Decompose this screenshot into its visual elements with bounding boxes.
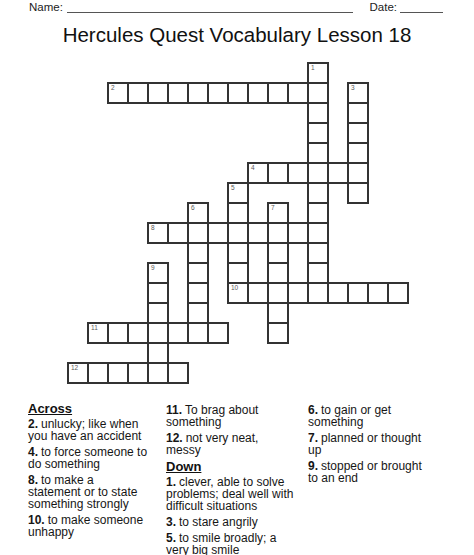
clue-8: 8.to make a statement or to state someth…	[28, 474, 164, 511]
clue-6: 6.to gain or get something	[308, 404, 463, 428]
clue-text: planned or thought up	[308, 431, 421, 457]
crossword-cell[interactable]	[227, 262, 249, 284]
crossword-cell[interactable]	[387, 282, 409, 304]
crossword-cell[interactable]	[267, 262, 289, 284]
crossword-cell[interactable]	[307, 82, 329, 104]
name-input-line[interactable]	[67, 2, 353, 13]
crossword-cell[interactable]	[307, 182, 329, 204]
clue-5: 5.to smile broadly; a very big smile	[166, 532, 310, 555]
crossword-cell[interactable]	[247, 222, 269, 244]
crossword-cell[interactable]	[207, 82, 229, 104]
clue-text: to make someone unhappy	[28, 513, 143, 539]
crossword-cell[interactable]: 7	[267, 202, 289, 224]
clue-3: 3.to stare angrily	[166, 516, 310, 528]
cell-number: 1	[311, 65, 315, 72]
cell-number: 8	[151, 225, 155, 232]
crossword-cell[interactable]	[287, 162, 309, 184]
clue-text: to stare angrily	[179, 515, 258, 529]
crossword-cell[interactable]	[107, 322, 129, 344]
crossword-cell[interactable]	[327, 282, 349, 304]
crossword-cell[interactable]: 2	[107, 82, 129, 104]
crossword-cell[interactable]	[267, 162, 289, 184]
clue-10: 10.to make someone unhappy	[28, 514, 164, 538]
crossword-cell[interactable]	[167, 362, 189, 384]
crossword-cell[interactable]	[307, 162, 329, 184]
crossword-cell[interactable]: 11	[87, 322, 109, 344]
crossword-cell[interactable]	[247, 282, 269, 304]
crossword-cell[interactable]: 12	[67, 362, 89, 384]
cell-number: 7	[271, 205, 275, 212]
crossword-cell[interactable]: 9	[147, 262, 169, 284]
cell-number: 6	[191, 205, 195, 212]
crossword-cell[interactable]	[267, 82, 289, 104]
crossword-cell[interactable]	[227, 242, 249, 264]
clue-4: 4.to force someone to do something	[28, 446, 164, 470]
crossword-cell[interactable]	[127, 362, 149, 384]
clue-9: 9.stopped or brought to an end	[308, 460, 463, 484]
crossword-cell[interactable]	[267, 302, 289, 324]
clue-text: to smile broadly; a very big smile	[166, 531, 276, 555]
crossword-cell[interactable]	[187, 282, 209, 304]
page-title: Hercules Quest Vocabulary Lesson 18	[0, 23, 474, 47]
crossword-cell[interactable]	[307, 222, 329, 244]
crossword-grid: 123456789101112	[67, 62, 409, 384]
crossword-cell[interactable]	[347, 122, 369, 144]
crossword-cell[interactable]	[347, 162, 369, 184]
crossword-cell[interactable]	[167, 322, 189, 344]
crossword-cell[interactable]	[287, 82, 309, 104]
date-input-line[interactable]	[400, 2, 443, 13]
crossword-cell[interactable]	[87, 362, 109, 384]
clues-column-left: Across2.unlucky; like when you have an a…	[28, 401, 164, 542]
clue-text: to force someone to do something	[28, 445, 147, 471]
crossword-cell[interactable]	[267, 282, 289, 304]
crossword-cell[interactable]	[267, 322, 289, 344]
crossword-cell[interactable]	[187, 302, 209, 324]
cell-number: 12	[71, 365, 78, 372]
clues-column-right: 6.to gain or get something7.planned or t…	[308, 401, 463, 488]
cell-number: 3	[351, 85, 355, 92]
crossword-cell[interactable]	[307, 122, 329, 144]
clue-12: 12.not very neat, messy	[166, 432, 310, 456]
crossword-cell[interactable]	[307, 262, 329, 284]
crossword-cell[interactable]	[267, 222, 289, 244]
clue-11: 11.To brag about something	[166, 404, 310, 428]
crossword-cell[interactable]	[147, 302, 169, 324]
clue-1: 1.clever, able to solve problems; deal w…	[166, 476, 310, 513]
cell-number: 4	[251, 165, 255, 172]
clue-text: clever, able to solve problems; deal wel…	[166, 475, 293, 513]
date-label: Date:	[370, 2, 398, 13]
crossword-cell[interactable]	[147, 342, 169, 364]
clues-column-middle: 11.To brag about something12.not very ne…	[166, 401, 310, 555]
crossword-cell[interactable]	[267, 242, 289, 264]
crossword-cell[interactable]	[147, 282, 169, 304]
crossword-cell[interactable]	[287, 222, 309, 244]
crossword-cell[interactable]	[227, 202, 249, 224]
crossword-cell[interactable]: 5	[227, 182, 249, 204]
crossword-cell[interactable]	[127, 322, 149, 344]
crossword-cell[interactable]	[187, 322, 209, 344]
cell-number: 2	[111, 85, 115, 92]
crossword-cell[interactable]	[207, 222, 229, 244]
crossword-cell[interactable]	[187, 262, 209, 284]
crossword-cell[interactable]: 3	[347, 82, 369, 104]
cell-number: 10	[231, 285, 238, 292]
crossword-cell[interactable]	[347, 102, 369, 124]
crossword-cell[interactable]	[287, 282, 309, 304]
crossword-cell[interactable]	[327, 162, 349, 184]
crossword-cell[interactable]	[107, 362, 129, 384]
cell-number: 9	[151, 265, 155, 272]
clue-2: 2.unlucky; like when you have an acciden…	[28, 418, 164, 442]
crossword-cell[interactable]: 10	[227, 282, 249, 304]
crossword-cell[interactable]	[207, 322, 229, 344]
clue-text: unlucky; like when you have an accident	[28, 417, 141, 443]
crossword-cell[interactable]	[307, 282, 329, 304]
crossword-cell[interactable]	[167, 82, 189, 104]
crossword-cell[interactable]	[307, 102, 329, 124]
clue-text: stopped or brought to an end	[308, 459, 422, 485]
crossword-cell[interactable]: 6	[187, 202, 209, 224]
crossword-cell[interactable]	[147, 322, 169, 344]
crossword-cell[interactable]	[227, 222, 249, 244]
crossword-cell[interactable]	[187, 82, 209, 104]
crossword-cell[interactable]	[167, 222, 189, 244]
crossword-cell[interactable]	[347, 282, 369, 304]
crossword-cell[interactable]	[367, 282, 389, 304]
crossword-cell[interactable]: 1	[307, 62, 329, 84]
clue-text: to make a statement or to state somethin…	[28, 473, 137, 511]
name-date-bar: Name: Date:	[29, 2, 443, 13]
crossword-cell[interactable]: 4	[247, 162, 269, 184]
crossword-cell[interactable]	[307, 242, 329, 264]
crossword-cell[interactable]	[147, 362, 169, 384]
crossword-cell[interactable]	[307, 202, 329, 224]
crossword-cell[interactable]	[227, 82, 249, 104]
crossword-cell[interactable]	[347, 142, 369, 164]
clue-text: to gain or get something	[308, 403, 391, 429]
crossword-cell[interactable]	[347, 182, 369, 204]
worksheet-page: Name: Date: Hercules Quest Vocabulary Le…	[0, 0, 474, 555]
crossword-cell[interactable]: 8	[147, 222, 169, 244]
clue-7: 7.planned or thought up	[308, 432, 463, 456]
clues-across-header: Across	[28, 402, 164, 415]
clues-section: Across2.unlucky; like when you have an a…	[0, 401, 474, 555]
cell-number: 11	[91, 325, 98, 332]
clue-number: 3.	[166, 515, 176, 529]
crossword-cell[interactable]	[247, 82, 269, 104]
name-label: Name:	[29, 2, 63, 13]
clues-down-header: Down	[166, 460, 310, 473]
crossword-cell[interactable]	[187, 242, 209, 264]
crossword-cell[interactable]	[187, 222, 209, 244]
crossword-cell[interactable]	[307, 142, 329, 164]
crossword-cell[interactable]	[127, 82, 149, 104]
cell-number: 5	[231, 185, 235, 192]
crossword-cell[interactable]	[147, 82, 169, 104]
